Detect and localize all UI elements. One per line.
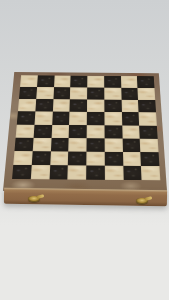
square-a7[interactable]	[19, 87, 37, 99]
square-e2[interactable]	[86, 151, 104, 165]
square-b4[interactable]	[33, 124, 51, 137]
square-d7[interactable]	[70, 87, 87, 99]
latch-hook	[37, 194, 44, 198]
square-g3[interactable]	[122, 138, 140, 152]
square-c5[interactable]	[52, 112, 70, 125]
square-c6[interactable]	[52, 99, 70, 112]
square-b3[interactable]	[32, 138, 51, 152]
square-g4[interactable]	[122, 125, 140, 138]
board-grid	[12, 75, 160, 180]
square-f6[interactable]	[104, 100, 121, 113]
square-d1[interactable]	[68, 165, 87, 179]
square-h1[interactable]	[141, 166, 160, 180]
square-h6[interactable]	[138, 100, 156, 113]
square-b6[interactable]	[35, 99, 53, 112]
square-e1[interactable]	[86, 165, 105, 179]
square-f8[interactable]	[104, 76, 121, 88]
square-g6[interactable]	[121, 100, 139, 113]
square-e3[interactable]	[86, 138, 104, 152]
square-b7[interactable]	[36, 87, 54, 99]
square-a8[interactable]	[20, 75, 38, 87]
square-f7[interactable]	[104, 88, 121, 100]
square-a6[interactable]	[18, 99, 36, 112]
square-a2[interactable]	[13, 151, 32, 165]
square-h5[interactable]	[139, 112, 157, 125]
chess-board-photo	[0, 0, 169, 300]
square-a5[interactable]	[17, 112, 35, 125]
square-h8[interactable]	[137, 76, 154, 88]
square-f2[interactable]	[104, 152, 122, 166]
square-f3[interactable]	[104, 138, 122, 152]
square-g5[interactable]	[121, 112, 139, 125]
square-f4[interactable]	[104, 125, 122, 138]
square-g1[interactable]	[123, 166, 142, 180]
square-g8[interactable]	[121, 76, 138, 88]
front-left-latch-icon	[26, 194, 44, 203]
square-a4[interactable]	[16, 124, 35, 137]
front-right-latch-icon	[134, 196, 152, 205]
square-d6[interactable]	[70, 100, 87, 113]
square-c1[interactable]	[49, 165, 68, 179]
square-d4[interactable]	[69, 125, 87, 138]
square-e6[interactable]	[87, 100, 104, 113]
square-g2[interactable]	[122, 152, 141, 166]
square-h2[interactable]	[141, 152, 160, 166]
square-b1[interactable]	[31, 165, 50, 179]
square-f1[interactable]	[105, 166, 124, 180]
latch-hook	[145, 196, 152, 200]
square-b2[interactable]	[32, 151, 51, 165]
square-d3[interactable]	[68, 138, 86, 152]
square-d2[interactable]	[68, 151, 86, 165]
square-c4[interactable]	[51, 125, 69, 138]
square-b8[interactable]	[37, 75, 54, 87]
square-g7[interactable]	[121, 88, 138, 100]
square-h3[interactable]	[140, 138, 159, 152]
square-h7[interactable]	[138, 88, 156, 100]
square-e8[interactable]	[87, 76, 104, 88]
chess-board	[3, 72, 167, 192]
square-c7[interactable]	[53, 87, 70, 99]
square-e5[interactable]	[87, 112, 105, 125]
square-a1[interactable]	[12, 165, 31, 179]
square-c8[interactable]	[54, 76, 71, 88]
square-e4[interactable]	[87, 125, 105, 138]
square-c2[interactable]	[50, 151, 69, 165]
square-a3[interactable]	[14, 137, 33, 151]
square-c3[interactable]	[50, 138, 68, 152]
square-e7[interactable]	[87, 88, 104, 100]
square-h4[interactable]	[139, 125, 157, 138]
square-d8[interactable]	[70, 76, 87, 88]
square-b5[interactable]	[34, 112, 52, 125]
square-f5[interactable]	[104, 112, 122, 125]
square-d5[interactable]	[69, 112, 87, 125]
